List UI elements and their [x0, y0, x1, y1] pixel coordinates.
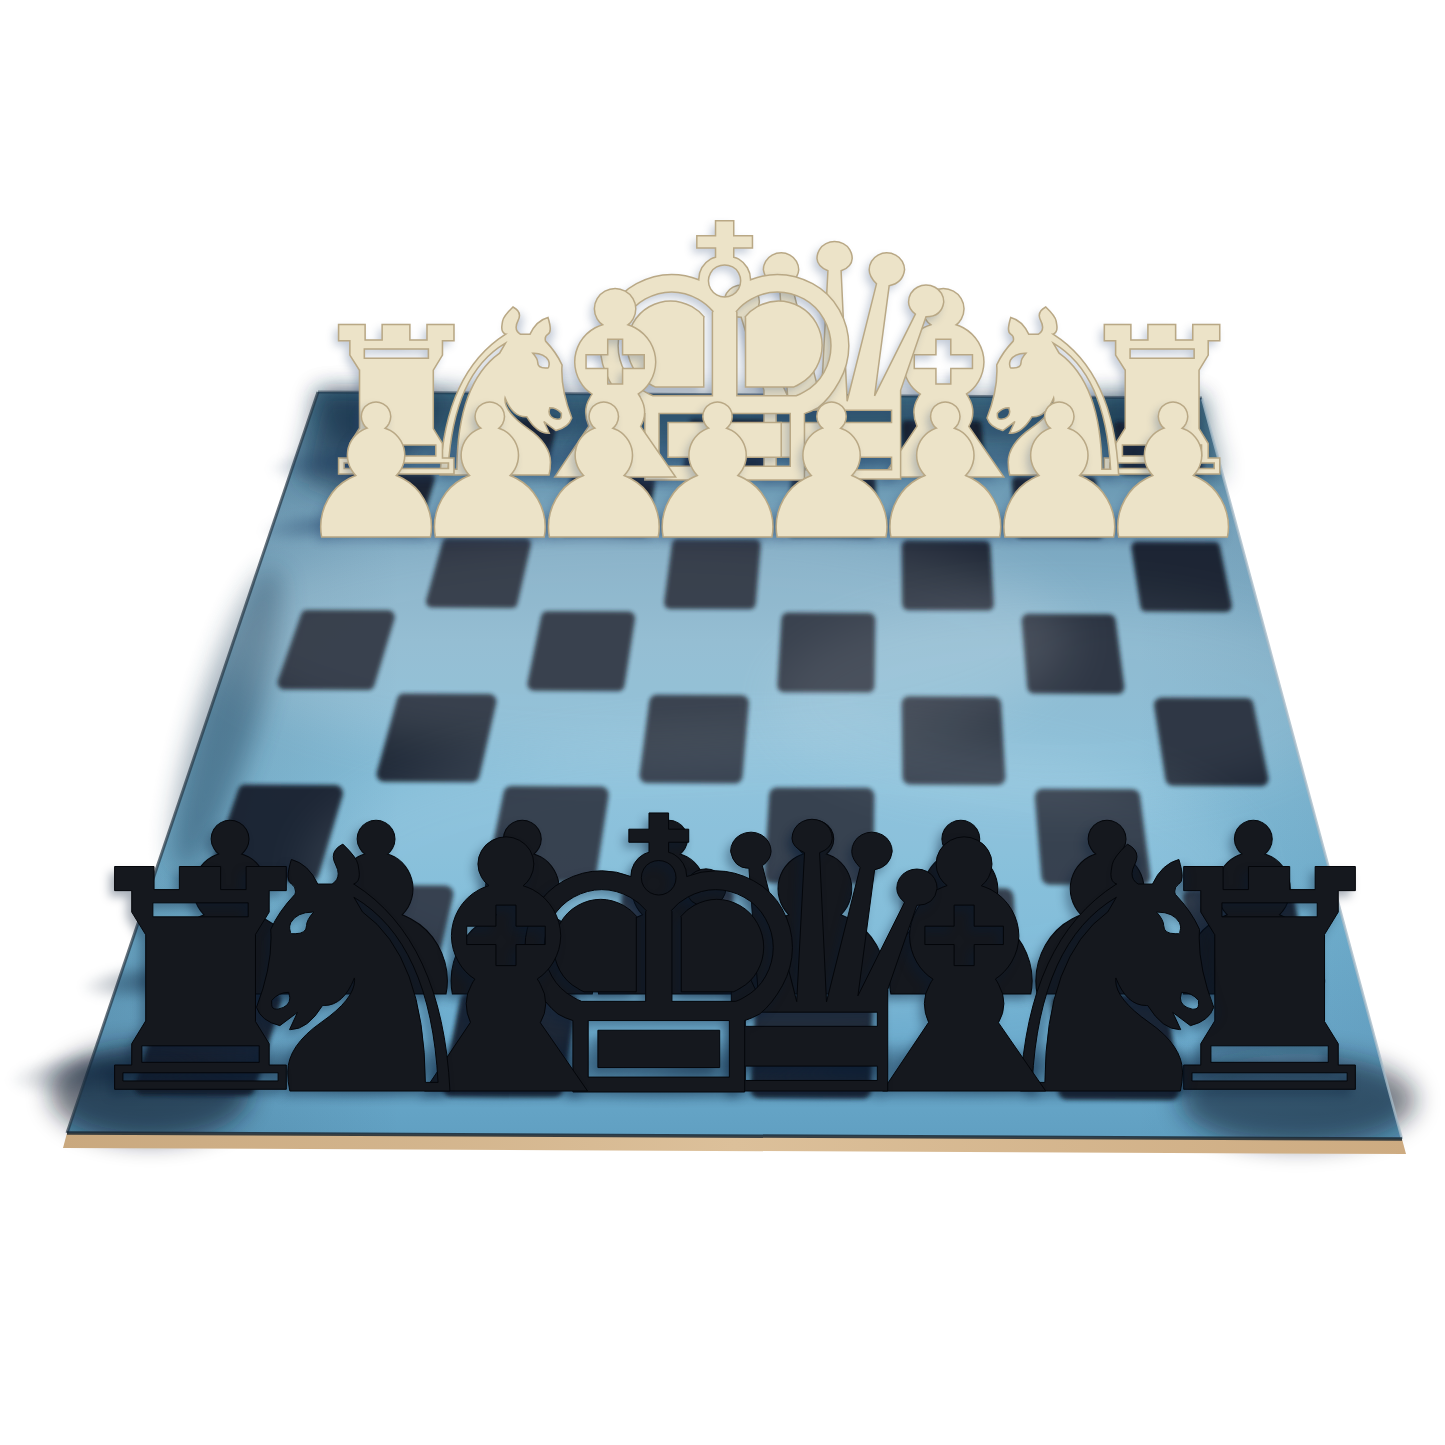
piece-white-pawn-h2: ♟ [284, 381, 469, 566]
piece-black-rook-h8: ♜ [48, 831, 353, 1136]
photo-scene: ♜♞♝♛♚♝♞♜♟♟♟♟♟♟♟♟♟♟♟♟♟♟♟♟♜♞♝♛♚♝♞♜ [0, 0, 1445, 1445]
pieces-layer: ♜♞♝♛♚♝♞♜♟♟♟♟♟♟♟♟♟♟♟♟♟♟♟♟♜♞♝♛♚♝♞♜ [0, 0, 1445, 1445]
